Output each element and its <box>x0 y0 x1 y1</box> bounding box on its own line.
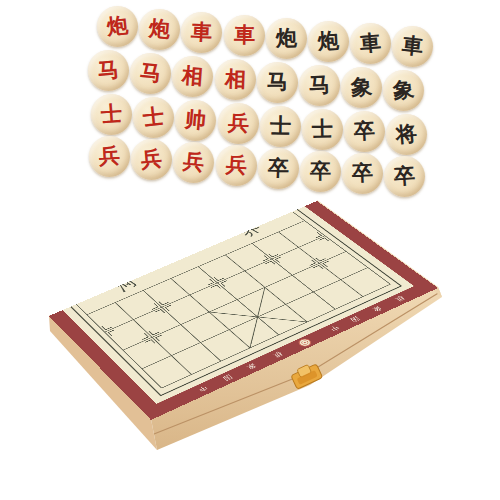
product-photo-stage: 炮炮車車炮炮車車马马相相马马象象士士帅兵士士卒将兵兵兵兵卒卒卒卒 河界中国象棋中… <box>0 0 500 500</box>
board-wrap: 河界中国象棋中国象棋 <box>0 0 500 500</box>
xiangqi-board-top-face: 河界中国象棋中国象棋 <box>49 201 438 420</box>
gold-clasp-latch <box>290 361 323 389</box>
xiangqi-board: 河界中国象棋中国象棋 <box>49 201 438 420</box>
